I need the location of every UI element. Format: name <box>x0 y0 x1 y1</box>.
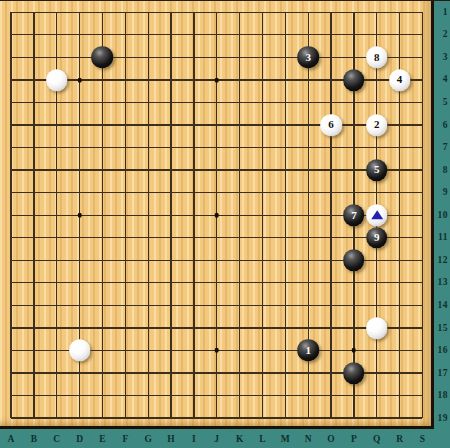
board-intersection[interactable] <box>411 91 434 114</box>
board-intersection[interactable] <box>228 181 251 204</box>
board-intersection[interactable] <box>160 114 183 137</box>
board-intersection[interactable] <box>160 362 183 385</box>
board-intersection[interactable] <box>320 384 343 407</box>
board-intersection[interactable] <box>365 249 388 272</box>
board-intersection[interactable] <box>411 136 434 159</box>
board-intersection[interactable] <box>297 226 320 249</box>
board-intersection[interactable] <box>114 339 137 362</box>
board-intersection[interactable] <box>68 249 91 272</box>
board-intersection[interactable] <box>228 294 251 317</box>
board-intersection[interactable]: 6 <box>320 114 343 137</box>
board-intersection[interactable] <box>274 294 297 317</box>
board-intersection[interactable] <box>22 362 45 385</box>
board-intersection[interactable] <box>297 407 320 429</box>
board-intersection[interactable] <box>0 181 22 204</box>
board-intersection[interactable] <box>205 114 228 137</box>
board-intersection[interactable] <box>342 362 365 385</box>
board-intersection[interactable] <box>45 46 68 69</box>
board-intersection[interactable] <box>388 136 411 159</box>
board-intersection[interactable] <box>22 226 45 249</box>
board-intersection[interactable] <box>137 407 160 429</box>
board-intersection[interactable] <box>137 91 160 114</box>
board-intersection[interactable] <box>182 159 205 182</box>
board-intersection[interactable] <box>365 339 388 362</box>
board-intersection[interactable] <box>388 1 411 24</box>
board-intersection[interactable] <box>137 46 160 69</box>
board-intersection[interactable] <box>228 24 251 47</box>
board-intersection[interactable] <box>0 407 22 429</box>
board-intersection[interactable] <box>22 384 45 407</box>
board-intersection[interactable] <box>137 1 160 24</box>
board-intersection[interactable] <box>91 1 114 24</box>
board-intersection[interactable] <box>342 407 365 429</box>
board-intersection[interactable] <box>45 24 68 47</box>
board-intersection[interactable] <box>205 136 228 159</box>
board-intersection[interactable] <box>137 272 160 295</box>
board-intersection[interactable] <box>297 69 320 92</box>
board-intersection[interactable] <box>160 46 183 69</box>
board-intersection[interactable] <box>320 1 343 24</box>
board-intersection[interactable] <box>0 159 22 182</box>
board-intersection[interactable] <box>114 159 137 182</box>
board-intersection[interactable] <box>68 91 91 114</box>
board-intersection[interactable] <box>22 114 45 137</box>
board-intersection[interactable] <box>205 204 228 227</box>
board-intersection[interactable] <box>68 46 91 69</box>
board-intersection[interactable] <box>0 24 22 47</box>
board-intersection[interactable] <box>0 69 22 92</box>
board-intersection[interactable] <box>137 226 160 249</box>
board-intersection[interactable] <box>91 339 114 362</box>
board-intersection[interactable] <box>91 69 114 92</box>
board-intersection[interactable] <box>91 159 114 182</box>
board-intersection[interactable] <box>160 136 183 159</box>
board-intersection[interactable] <box>205 272 228 295</box>
board-intersection[interactable] <box>22 69 45 92</box>
board-intersection[interactable] <box>251 181 274 204</box>
board-intersection[interactable] <box>251 114 274 137</box>
board-intersection[interactable] <box>274 249 297 272</box>
board-intersection[interactable] <box>182 294 205 317</box>
board-intersection[interactable] <box>320 272 343 295</box>
board-intersection[interactable] <box>68 226 91 249</box>
board-intersection[interactable] <box>365 1 388 24</box>
board-intersection[interactable] <box>388 46 411 69</box>
board-intersection[interactable]: 1 <box>297 339 320 362</box>
board-intersection[interactable] <box>228 249 251 272</box>
board-intersection[interactable] <box>342 272 365 295</box>
board-intersection[interactable] <box>160 159 183 182</box>
board-intersection[interactable] <box>45 1 68 24</box>
board-intersection[interactable] <box>205 159 228 182</box>
board-intersection[interactable] <box>182 204 205 227</box>
board-intersection[interactable] <box>160 226 183 249</box>
board-intersection[interactable] <box>228 362 251 385</box>
board-intersection[interactable] <box>182 46 205 69</box>
board-intersection[interactable] <box>365 317 388 340</box>
board-intersection[interactable] <box>274 317 297 340</box>
board-intersection[interactable] <box>228 114 251 137</box>
board-intersection[interactable] <box>160 1 183 24</box>
board-intersection[interactable] <box>388 91 411 114</box>
board-intersection[interactable] <box>160 272 183 295</box>
board-intersection[interactable] <box>320 91 343 114</box>
board-intersection[interactable] <box>45 204 68 227</box>
board-intersection[interactable] <box>411 1 434 24</box>
board-intersection[interactable] <box>114 46 137 69</box>
board-intersection[interactable] <box>388 159 411 182</box>
board-intersection[interactable] <box>0 317 22 340</box>
board-intersection[interactable] <box>297 317 320 340</box>
board-intersection[interactable] <box>205 249 228 272</box>
board-intersection[interactable] <box>45 249 68 272</box>
board-intersection[interactable] <box>160 69 183 92</box>
board-intersection[interactable]: 9 <box>365 226 388 249</box>
board-intersection[interactable] <box>68 114 91 137</box>
board-intersection[interactable] <box>22 294 45 317</box>
board-intersection[interactable] <box>228 317 251 340</box>
board-intersection[interactable] <box>411 181 434 204</box>
board-intersection[interactable] <box>114 91 137 114</box>
board-intersection[interactable] <box>365 91 388 114</box>
board-intersection[interactable] <box>365 384 388 407</box>
board-intersection[interactable] <box>342 91 365 114</box>
board-intersection[interactable] <box>274 69 297 92</box>
board-intersection[interactable] <box>22 159 45 182</box>
board-intersection[interactable] <box>182 181 205 204</box>
board-intersection[interactable] <box>182 384 205 407</box>
board-intersection[interactable] <box>251 1 274 24</box>
board-intersection[interactable] <box>0 136 22 159</box>
board-intersection[interactable] <box>320 362 343 385</box>
board-intersection[interactable] <box>274 362 297 385</box>
board-intersection[interactable] <box>91 294 114 317</box>
board-intersection[interactable]: 5 <box>365 159 388 182</box>
board-intersection[interactable] <box>160 91 183 114</box>
board-intersection[interactable] <box>45 226 68 249</box>
board-intersection[interactable] <box>91 384 114 407</box>
board-intersection[interactable] <box>182 317 205 340</box>
board-intersection[interactable] <box>411 46 434 69</box>
board-intersection[interactable] <box>137 294 160 317</box>
board-intersection[interactable] <box>22 317 45 340</box>
board-intersection[interactable] <box>0 46 22 69</box>
board-intersection[interactable] <box>342 181 365 204</box>
board-intersection[interactable] <box>342 384 365 407</box>
board-intersection[interactable] <box>182 136 205 159</box>
board-intersection[interactable] <box>114 226 137 249</box>
board-intersection[interactable] <box>251 317 274 340</box>
board-intersection[interactable] <box>320 294 343 317</box>
board-intersection[interactable] <box>160 339 183 362</box>
board-intersection[interactable] <box>182 114 205 137</box>
board-intersection[interactable] <box>160 204 183 227</box>
board-intersection[interactable] <box>411 249 434 272</box>
board-intersection[interactable] <box>411 69 434 92</box>
board-intersection[interactable] <box>68 181 91 204</box>
board-intersection[interactable] <box>228 69 251 92</box>
board-intersection[interactable] <box>297 181 320 204</box>
board-intersection[interactable] <box>68 272 91 295</box>
board-intersection[interactable] <box>22 24 45 47</box>
board-intersection[interactable] <box>411 317 434 340</box>
board-intersection[interactable] <box>320 136 343 159</box>
board-intersection[interactable] <box>68 159 91 182</box>
board-intersection[interactable] <box>137 136 160 159</box>
board-intersection[interactable] <box>342 339 365 362</box>
board-intersection[interactable] <box>0 1 22 24</box>
board-intersection[interactable]: 7 <box>342 204 365 227</box>
board-intersection[interactable] <box>0 362 22 385</box>
board-intersection[interactable] <box>45 407 68 429</box>
board-intersection[interactable] <box>411 159 434 182</box>
board-intersection[interactable] <box>274 204 297 227</box>
board-intersection[interactable] <box>297 1 320 24</box>
board-intersection[interactable] <box>228 159 251 182</box>
board-intersection[interactable] <box>22 407 45 429</box>
board-intersection[interactable] <box>68 317 91 340</box>
board-intersection[interactable] <box>297 272 320 295</box>
board-intersection[interactable] <box>68 339 91 362</box>
board-intersection[interactable] <box>297 114 320 137</box>
board-intersection[interactable] <box>182 69 205 92</box>
board-intersection[interactable] <box>388 249 411 272</box>
board-intersection[interactable] <box>137 181 160 204</box>
board-intersection[interactable] <box>342 46 365 69</box>
board-intersection[interactable] <box>251 249 274 272</box>
board-intersection[interactable] <box>205 294 228 317</box>
board-intersection[interactable] <box>228 136 251 159</box>
board-intersection[interactable] <box>251 24 274 47</box>
board-intersection[interactable] <box>0 339 22 362</box>
board-intersection[interactable] <box>320 249 343 272</box>
board-intersection[interactable] <box>68 69 91 92</box>
board-intersection[interactable] <box>320 317 343 340</box>
board-intersection[interactable] <box>137 24 160 47</box>
board-intersection[interactable] <box>205 226 228 249</box>
board-intersection[interactable] <box>114 407 137 429</box>
board-intersection[interactable] <box>45 136 68 159</box>
board-intersection[interactable] <box>205 384 228 407</box>
board-intersection[interactable] <box>228 1 251 24</box>
board-intersection[interactable] <box>91 226 114 249</box>
board-intersection[interactable] <box>114 294 137 317</box>
board-intersection[interactable] <box>274 407 297 429</box>
board-intersection[interactable] <box>45 272 68 295</box>
board-intersection[interactable] <box>342 136 365 159</box>
board-intersection[interactable] <box>228 384 251 407</box>
board-intersection[interactable] <box>68 407 91 429</box>
board-intersection[interactable] <box>365 24 388 47</box>
board-intersection[interactable] <box>91 91 114 114</box>
board-intersection[interactable] <box>365 407 388 429</box>
board-intersection[interactable] <box>160 384 183 407</box>
board-intersection[interactable] <box>22 249 45 272</box>
board-intersection[interactable] <box>251 69 274 92</box>
board-intersection[interactable] <box>137 69 160 92</box>
board-intersection[interactable] <box>342 226 365 249</box>
board-intersection[interactable] <box>365 362 388 385</box>
board-intersection[interactable] <box>205 91 228 114</box>
board-intersection[interactable] <box>91 249 114 272</box>
board-intersection[interactable] <box>0 204 22 227</box>
board-intersection[interactable] <box>251 339 274 362</box>
board-intersection[interactable] <box>274 1 297 24</box>
board-intersection[interactable] <box>320 407 343 429</box>
board-intersection[interactable] <box>411 384 434 407</box>
board-intersection[interactable] <box>91 407 114 429</box>
board-intersection[interactable] <box>0 272 22 295</box>
board-intersection[interactable] <box>251 294 274 317</box>
board-intersection[interactable] <box>274 159 297 182</box>
board-intersection[interactable] <box>320 339 343 362</box>
board-intersection[interactable] <box>274 46 297 69</box>
board-intersection[interactable] <box>320 159 343 182</box>
board-intersection[interactable] <box>45 69 68 92</box>
board-intersection[interactable] <box>182 362 205 385</box>
board-intersection[interactable] <box>297 136 320 159</box>
board-intersection[interactable] <box>114 181 137 204</box>
board-intersection[interactable] <box>22 91 45 114</box>
board-intersection[interactable] <box>114 114 137 137</box>
board-intersection[interactable] <box>342 294 365 317</box>
board-intersection[interactable] <box>411 362 434 385</box>
board-intersection[interactable] <box>228 46 251 69</box>
board-intersection[interactable] <box>0 114 22 137</box>
board-intersection[interactable] <box>274 24 297 47</box>
board-intersection[interactable] <box>205 69 228 92</box>
board-intersection[interactable] <box>251 384 274 407</box>
board-intersection[interactable] <box>297 24 320 47</box>
board-intersection[interactable] <box>182 91 205 114</box>
board-intersection[interactable] <box>274 91 297 114</box>
board-intersection[interactable] <box>114 69 137 92</box>
board-intersection[interactable] <box>251 407 274 429</box>
board-intersection[interactable] <box>342 69 365 92</box>
board-intersection[interactable] <box>68 204 91 227</box>
board-intersection[interactable] <box>411 294 434 317</box>
board-intersection[interactable] <box>182 339 205 362</box>
board-intersection[interactable] <box>114 362 137 385</box>
board-intersection[interactable] <box>388 384 411 407</box>
board-intersection[interactable] <box>297 294 320 317</box>
board-intersection[interactable] <box>411 114 434 137</box>
board-intersection[interactable] <box>137 384 160 407</box>
board-intersection[interactable] <box>411 204 434 227</box>
board-intersection[interactable]: 2 <box>365 114 388 137</box>
board-intersection[interactable] <box>137 362 160 385</box>
board-intersection[interactable] <box>182 249 205 272</box>
board-intersection[interactable] <box>388 114 411 137</box>
board-intersection[interactable] <box>91 24 114 47</box>
board-intersection[interactable] <box>388 407 411 429</box>
board-intersection[interactable] <box>45 181 68 204</box>
board-intersection[interactable]: 3 <box>297 46 320 69</box>
board-intersection[interactable] <box>0 249 22 272</box>
board-intersection[interactable] <box>251 91 274 114</box>
board-intersection[interactable] <box>182 24 205 47</box>
board-intersection[interactable] <box>91 272 114 295</box>
board-intersection[interactable] <box>274 272 297 295</box>
board-intersection[interactable] <box>251 136 274 159</box>
board-intersection[interactable] <box>182 407 205 429</box>
board-intersection[interactable] <box>320 69 343 92</box>
board-intersection[interactable] <box>45 317 68 340</box>
board-intersection[interactable] <box>274 136 297 159</box>
board-intersection[interactable] <box>205 24 228 47</box>
board-intersection[interactable] <box>68 384 91 407</box>
board-intersection[interactable] <box>320 181 343 204</box>
board-intersection[interactable] <box>45 294 68 317</box>
board-intersection[interactable] <box>205 362 228 385</box>
board-intersection[interactable] <box>114 1 137 24</box>
board-intersection[interactable] <box>0 226 22 249</box>
board-intersection[interactable] <box>137 339 160 362</box>
board-intersection[interactable] <box>274 226 297 249</box>
board-intersection[interactable] <box>274 114 297 137</box>
board-intersection[interactable] <box>205 46 228 69</box>
board-intersection[interactable] <box>114 204 137 227</box>
board-intersection[interactable] <box>91 362 114 385</box>
board-intersection[interactable] <box>160 181 183 204</box>
board-intersection[interactable] <box>274 339 297 362</box>
board-intersection[interactable] <box>251 272 274 295</box>
board-intersection[interactable] <box>228 407 251 429</box>
board-intersection[interactable] <box>0 384 22 407</box>
board-intersection[interactable] <box>251 46 274 69</box>
board-intersection[interactable] <box>68 136 91 159</box>
board-intersection[interactable] <box>114 249 137 272</box>
board-intersection[interactable] <box>388 226 411 249</box>
board-intersection[interactable] <box>320 46 343 69</box>
board-intersection[interactable]: 4 <box>388 69 411 92</box>
board-intersection[interactable] <box>320 24 343 47</box>
board-intersection[interactable] <box>365 181 388 204</box>
board-intersection[interactable] <box>342 317 365 340</box>
board-intersection[interactable] <box>251 362 274 385</box>
board-intersection[interactable] <box>91 181 114 204</box>
board-intersection[interactable] <box>205 339 228 362</box>
board-intersection[interactable] <box>297 159 320 182</box>
board-intersection[interactable] <box>0 294 22 317</box>
board-intersection[interactable] <box>411 226 434 249</box>
board-intersection[interactable] <box>365 204 388 227</box>
board-intersection[interactable] <box>45 384 68 407</box>
board-intersection[interactable] <box>388 294 411 317</box>
board-intersection[interactable] <box>91 317 114 340</box>
board-intersection[interactable] <box>22 181 45 204</box>
board-intersection[interactable] <box>297 249 320 272</box>
board-intersection[interactable] <box>22 136 45 159</box>
board-intersection[interactable] <box>137 114 160 137</box>
board-intersection[interactable] <box>274 384 297 407</box>
board-intersection[interactable] <box>297 204 320 227</box>
board-intersection[interactable] <box>388 362 411 385</box>
board-intersection[interactable] <box>45 339 68 362</box>
board-intersection[interactable] <box>342 159 365 182</box>
board-intersection[interactable] <box>137 249 160 272</box>
board-intersection[interactable] <box>388 204 411 227</box>
board-intersection[interactable] <box>45 91 68 114</box>
board-intersection[interactable] <box>182 1 205 24</box>
board-intersection[interactable] <box>388 317 411 340</box>
board-intersection[interactable] <box>22 1 45 24</box>
board-intersection[interactable] <box>205 317 228 340</box>
board-intersection[interactable] <box>228 339 251 362</box>
board-intersection[interactable] <box>297 91 320 114</box>
board-intersection[interactable] <box>342 1 365 24</box>
board-intersection[interactable] <box>388 272 411 295</box>
